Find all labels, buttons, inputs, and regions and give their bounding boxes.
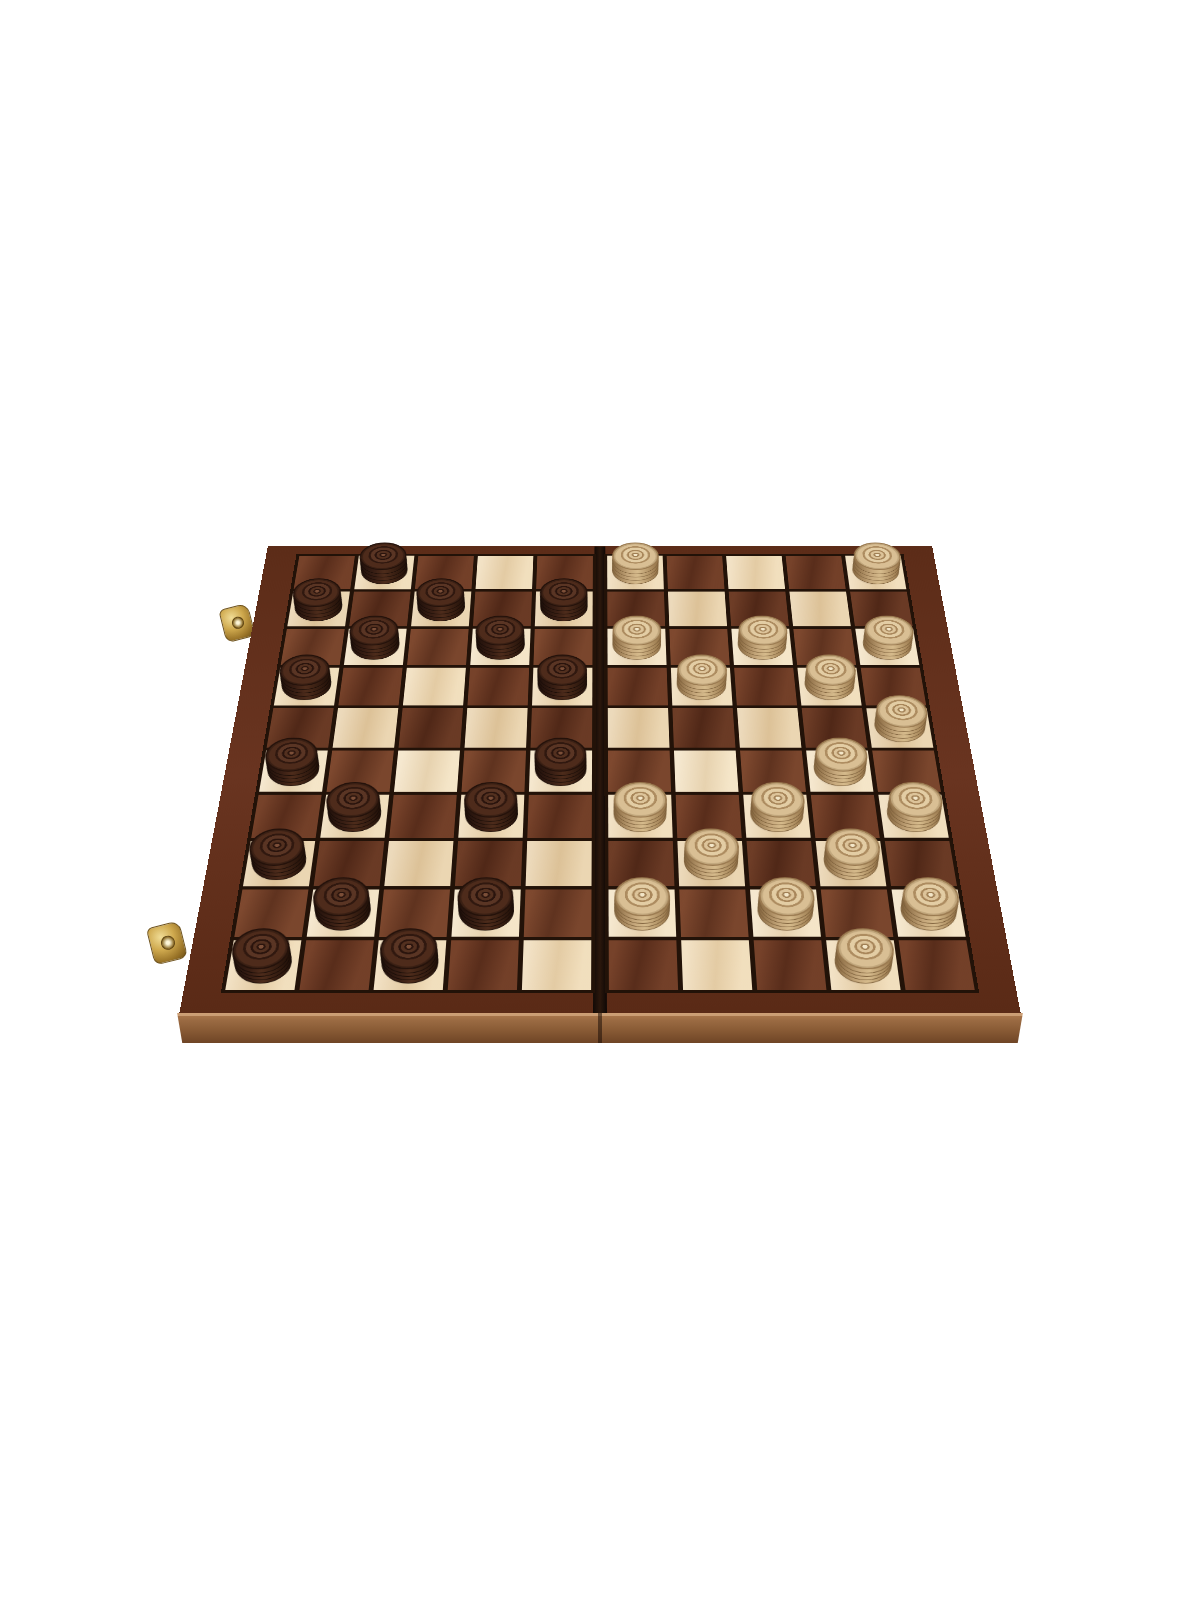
board-square[interactable] [608,889,676,936]
piece-top-rings [539,578,587,607]
board-square[interactable] [677,841,745,886]
board-square[interactable] [394,751,460,792]
piece-top-rings [614,782,668,818]
board-square[interactable] [344,629,407,665]
piece-top-rings [534,738,587,772]
board-square[interactable] [866,708,933,747]
board-square[interactable] [607,556,664,589]
board-square[interactable] [607,629,666,665]
board-square[interactable] [522,940,591,990]
board-square[interactable] [307,889,380,936]
light-checker[interactable] [683,845,739,882]
board-square [299,940,373,990]
dark-checker[interactable] [265,754,322,788]
board-square[interactable] [320,795,389,838]
board-square[interactable] [878,795,948,838]
piece-top-rings [537,655,587,686]
board-square[interactable] [458,795,524,838]
dark-checker[interactable] [464,798,519,834]
board-square [399,708,463,747]
piece-top-rings [684,828,741,865]
board-square[interactable] [608,795,673,838]
board-square[interactable] [465,708,528,747]
light-checker[interactable] [812,754,868,788]
board-square[interactable] [526,841,592,886]
board-square[interactable] [608,708,670,747]
dark-checker[interactable] [280,671,334,702]
right-playing-field [604,554,979,993]
board-square [338,668,402,706]
board-square[interactable] [384,841,453,886]
board-right-half [604,554,979,993]
board-square [786,556,846,589]
product-photo-scene [0,0,1200,1600]
board-square[interactable] [225,940,301,990]
board-square [407,629,469,665]
dark-checker[interactable] [232,944,295,985]
board-square[interactable] [681,940,752,990]
board-square [672,708,735,747]
board-square[interactable] [470,629,530,665]
board-square[interactable] [403,668,466,706]
light-checker[interactable] [872,712,928,745]
board-square[interactable] [743,795,811,838]
board-square [609,940,678,990]
board-square [527,795,592,838]
board-left-half [221,554,596,993]
piece-top-rings [677,655,729,686]
board-square[interactable] [535,592,593,627]
dark-checker[interactable] [457,893,514,932]
board-square[interactable] [731,629,793,665]
board-square [389,795,457,838]
board-square [524,889,592,936]
board-square[interactable] [806,751,873,792]
light-checker[interactable] [850,559,901,587]
board-square[interactable] [826,940,900,990]
board-square[interactable] [855,629,919,665]
light-checker[interactable] [612,632,661,662]
light-checker[interactable] [614,893,670,932]
light-checker[interactable] [676,671,727,702]
light-checker[interactable] [612,559,659,587]
board-square[interactable] [845,556,906,589]
light-checker[interactable] [822,845,881,882]
light-checker[interactable] [898,893,959,932]
board-square [608,668,668,706]
board-square[interactable] [274,668,339,706]
board-square[interactable] [737,708,801,747]
board-square[interactable] [668,592,727,627]
board-square [448,940,519,990]
draughts-board [179,546,1021,1015]
board-square [734,668,797,706]
piece-top-rings [614,877,671,916]
board-square[interactable] [411,592,471,627]
dark-checker[interactable] [360,559,410,587]
board-square[interactable] [532,668,592,706]
board-square[interactable] [287,592,350,627]
board-front-edge [172,1013,1028,1043]
brass-clasp-icon [146,920,188,965]
dark-checker[interactable] [326,798,383,834]
light-checker[interactable] [803,671,856,702]
clasp-hole [160,934,177,951]
dark-checker[interactable] [534,754,586,788]
board-square[interactable] [671,668,733,706]
board-square[interactable] [259,751,328,792]
board-square[interactable] [354,556,414,589]
piece-top-rings [612,542,659,570]
dark-checker[interactable] [313,893,373,932]
board-square[interactable] [451,889,520,936]
board-square [467,668,529,706]
board-square[interactable] [726,556,785,589]
board-square [754,940,827,990]
light-checker[interactable] [737,632,788,662]
dark-checker[interactable] [293,594,345,623]
board-square[interactable] [797,668,861,706]
left-playing-field [221,554,596,993]
board-square[interactable] [374,940,447,990]
clasp-hole [231,615,246,630]
piece-top-rings [613,616,662,646]
light-checker[interactable] [884,798,942,834]
dark-checker[interactable] [540,594,588,623]
dark-checker[interactable] [249,845,309,882]
board-square [899,940,975,990]
front-edge-seam [598,1013,602,1043]
light-checker[interactable] [861,632,914,662]
dark-checker[interactable] [416,594,466,623]
light-checker[interactable] [832,944,894,985]
board-square[interactable] [816,841,887,886]
light-checker[interactable] [756,893,815,932]
dark-checker[interactable] [476,632,526,662]
board-square[interactable] [529,751,592,792]
board-square[interactable] [892,889,966,936]
board-square[interactable] [333,708,399,747]
board-square [667,556,725,589]
board-square[interactable] [674,751,739,792]
board-square[interactable] [243,841,315,886]
light-checker[interactable] [614,798,668,834]
dark-checker[interactable] [349,632,401,662]
board-square [679,889,748,936]
board-square[interactable] [750,889,821,936]
light-checker[interactable] [749,798,805,834]
board-square[interactable] [476,556,534,589]
dark-checker[interactable] [380,944,440,985]
dark-checker[interactable] [537,671,587,702]
board-square[interactable] [789,592,850,627]
